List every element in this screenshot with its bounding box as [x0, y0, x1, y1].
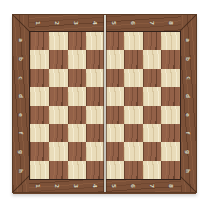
coord-cell-left-e: e — [14, 106, 28, 125]
coordinate-label-bottom-1: 1 — [36, 184, 42, 188]
square-f5 — [105, 124, 124, 142]
square-d8 — [161, 87, 180, 105]
coord-cell-left-f: f — [14, 124, 28, 143]
square-e2 — [49, 106, 68, 124]
square-h1 — [30, 161, 49, 179]
square-e5 — [105, 106, 124, 124]
coord-cell-left-g: g — [14, 143, 28, 162]
coord-cell-bottom-7: 7 — [143, 180, 162, 192]
coord-cell-top-3: 3 — [67, 16, 86, 30]
coordinate-label-left-d: d — [18, 94, 24, 98]
square-h8 — [161, 161, 180, 179]
square-d4 — [86, 87, 105, 105]
square-h4 — [86, 161, 105, 179]
coordinate-label-left-h: h — [18, 169, 24, 173]
square-c1 — [30, 69, 49, 87]
square-d7 — [143, 87, 162, 105]
square-c6 — [124, 69, 143, 87]
square-g6 — [124, 142, 143, 160]
square-e7 — [143, 106, 162, 124]
square-g5 — [105, 142, 124, 160]
square-a2 — [49, 32, 68, 50]
coordinate-label-right-c: c — [186, 76, 192, 79]
coord-cell-top-8: 8 — [162, 16, 181, 30]
square-a8 — [161, 32, 180, 50]
coordinate-label-top-3: 3 — [74, 21, 80, 25]
coord-cell-top-2: 2 — [48, 16, 67, 30]
square-d3 — [68, 87, 87, 105]
coordinate-label-right-b: b — [186, 57, 192, 61]
square-e8 — [161, 106, 180, 124]
square-h5 — [105, 161, 124, 179]
coord-cell-right-e: e — [182, 106, 195, 125]
square-a3 — [68, 32, 87, 50]
square-b1 — [30, 50, 49, 68]
coord-cell-top-7: 7 — [143, 16, 162, 30]
coord-cell-top-5: 5 — [105, 16, 124, 30]
square-b2 — [49, 50, 68, 68]
coordinate-label-top-8: 8 — [169, 21, 175, 25]
square-c5 — [105, 69, 124, 87]
coordinate-label-top-6: 6 — [131, 21, 137, 25]
square-c8 — [161, 69, 180, 87]
coord-cell-left-c: c — [14, 68, 28, 87]
coord-cell-bottom-4: 4 — [86, 180, 105, 192]
coordinate-label-right-d: d — [186, 94, 192, 98]
square-b3 — [68, 50, 87, 68]
square-e6 — [124, 106, 143, 124]
coord-cell-right-d: d — [182, 87, 195, 106]
square-f6 — [124, 124, 143, 142]
coordinate-label-bottom-6: 6 — [131, 184, 137, 188]
coordinate-label-bottom-2: 2 — [55, 184, 61, 188]
coord-cell-right-b: b — [182, 50, 195, 69]
square-d1 — [30, 87, 49, 105]
coordinate-label-bottom-4: 4 — [93, 184, 99, 188]
coordinate-label-bottom-8: 8 — [169, 184, 175, 188]
coord-cell-bottom-8: 8 — [162, 180, 181, 192]
square-a6 — [124, 32, 143, 50]
coord-cell-right-a: a — [182, 31, 195, 50]
square-e3 — [68, 106, 87, 124]
square-f8 — [161, 124, 180, 142]
square-e1 — [30, 106, 49, 124]
square-g2 — [49, 142, 68, 160]
coordinate-label-right-a: a — [186, 38, 192, 42]
square-f7 — [143, 124, 162, 142]
square-d5 — [105, 87, 124, 105]
square-c4 — [86, 69, 105, 87]
coordinate-label-right-g: g — [186, 150, 192, 154]
square-d6 — [124, 87, 143, 105]
coord-cell-bottom-1: 1 — [29, 180, 48, 192]
square-b6 — [124, 50, 143, 68]
coordinate-label-left-g: g — [18, 150, 24, 154]
coordinate-label-right-e: e — [186, 113, 192, 117]
chessboard: 12345678 12345678 abcdefgh abcdefgh — [12, 14, 197, 193]
coordinate-label-top-2: 2 — [55, 21, 61, 25]
coordinate-label-bottom-7: 7 — [150, 184, 156, 188]
coord-cell-top-1: 1 — [29, 16, 48, 30]
coordinate-label-top-1: 1 — [36, 21, 42, 25]
coordinate-label-right-f: f — [186, 132, 192, 134]
coordinate-label-left-c: c — [18, 76, 24, 79]
square-g7 — [143, 142, 162, 160]
labels-right: abcdefgh — [182, 31, 195, 180]
square-h2 — [49, 161, 68, 179]
coordinate-label-left-e: e — [18, 113, 24, 117]
coord-cell-left-d: d — [14, 87, 28, 106]
coord-cell-top-4: 4 — [86, 16, 105, 30]
coordinate-label-left-b: b — [18, 57, 24, 61]
square-h7 — [143, 161, 162, 179]
square-c7 — [143, 69, 162, 87]
square-b7 — [143, 50, 162, 68]
coord-cell-right-h: h — [182, 161, 195, 180]
coordinate-label-bottom-3: 3 — [74, 184, 80, 188]
square-h6 — [124, 161, 143, 179]
coord-cell-right-g: g — [182, 143, 195, 162]
square-h3 — [68, 161, 87, 179]
coord-cell-right-f: f — [182, 124, 195, 143]
coord-cell-bottom-2: 2 — [48, 180, 67, 192]
square-g4 — [86, 142, 105, 160]
coord-cell-bottom-6: 6 — [124, 180, 143, 192]
product-photo-background: 12345678 12345678 abcdefgh abcdefgh — [0, 0, 210, 210]
square-g1 — [30, 142, 49, 160]
square-c2 — [49, 69, 68, 87]
coordinate-label-top-5: 5 — [112, 21, 118, 25]
coord-cell-bottom-3: 3 — [67, 180, 86, 192]
square-a4 — [86, 32, 105, 50]
labels-left: abcdefgh — [14, 31, 28, 180]
square-e4 — [86, 106, 105, 124]
square-b5 — [105, 50, 124, 68]
square-f2 — [49, 124, 68, 142]
coordinate-label-left-f: f — [18, 132, 24, 134]
coord-cell-left-b: b — [14, 50, 28, 69]
square-d2 — [49, 87, 68, 105]
coordinate-label-top-7: 7 — [150, 21, 156, 25]
coord-cell-top-6: 6 — [124, 16, 143, 30]
square-b8 — [161, 50, 180, 68]
square-c3 — [68, 69, 87, 87]
square-g3 — [68, 142, 87, 160]
square-g8 — [161, 142, 180, 160]
square-f1 — [30, 124, 49, 142]
coordinate-label-right-h: h — [186, 169, 192, 173]
hinge-seam — [104, 15, 106, 192]
square-a7 — [143, 32, 162, 50]
square-f4 — [86, 124, 105, 142]
square-b4 — [86, 50, 105, 68]
coordinate-label-bottom-5: 5 — [112, 184, 118, 188]
square-a1 — [30, 32, 49, 50]
coord-cell-right-c: c — [182, 68, 195, 87]
coord-cell-left-a: a — [14, 31, 28, 50]
square-a5 — [105, 32, 124, 50]
coordinate-label-left-a: a — [18, 38, 24, 42]
coord-cell-left-h: h — [14, 161, 28, 180]
coordinate-label-top-4: 4 — [93, 21, 99, 25]
square-f3 — [68, 124, 87, 142]
coord-cell-bottom-5: 5 — [105, 180, 124, 192]
